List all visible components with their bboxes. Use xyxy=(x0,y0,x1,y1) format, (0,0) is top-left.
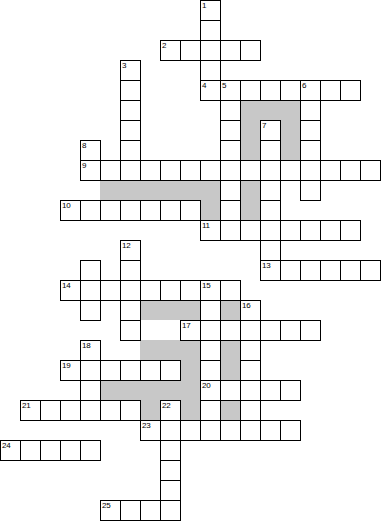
shaded-block xyxy=(100,180,120,200)
clue-number-17: 17 xyxy=(182,321,190,330)
answer-cell-r21c11[interactable] xyxy=(220,420,241,441)
answer-cell-r19c13[interactable] xyxy=(260,380,281,401)
shaded-block xyxy=(160,380,180,400)
answer-cell-r8c5[interactable] xyxy=(100,160,121,181)
answer-cell-r16c9[interactable]: 17 xyxy=(180,320,201,341)
answer-cell-r4c13[interactable] xyxy=(260,80,281,101)
clue-number-10: 10 xyxy=(62,201,70,210)
answer-cell-r5c6[interactable] xyxy=(120,100,141,121)
answer-cell-r13c17[interactable] xyxy=(340,260,361,281)
answer-cell-r20c5[interactable] xyxy=(100,400,121,421)
clue-number-4: 4 xyxy=(202,81,206,90)
answer-cell-r12c6[interactable]: 12 xyxy=(120,240,141,261)
answer-cell-r11c11[interactable] xyxy=(220,220,241,241)
answer-cell-r9c11[interactable] xyxy=(220,180,241,201)
answer-cell-r17c4[interactable]: 18 xyxy=(80,340,101,361)
shaded-block xyxy=(220,340,240,360)
answer-cell-r17c12[interactable] xyxy=(240,340,261,361)
answer-cell-r18c3[interactable]: 19 xyxy=(60,360,81,381)
clue-number-11: 11 xyxy=(202,221,210,230)
shaded-block xyxy=(180,340,200,360)
answer-cell-r14c9[interactable] xyxy=(180,280,201,301)
answer-cell-r10c13[interactable] xyxy=(260,200,281,221)
answer-cell-r10c11[interactable] xyxy=(220,200,241,221)
shaded-block xyxy=(260,100,280,120)
answer-cell-r11c16[interactable] xyxy=(320,220,341,241)
answer-cell-r7c4[interactable]: 8 xyxy=(80,140,101,161)
answer-cell-r18c4[interactable] xyxy=(80,360,101,381)
answer-cell-r5c11[interactable] xyxy=(220,100,241,121)
answer-cell-r11c14[interactable] xyxy=(280,220,301,241)
answer-cell-r19c11[interactable] xyxy=(220,380,241,401)
answer-cell-r18c7[interactable] xyxy=(140,360,161,381)
answer-cell-r16c14[interactable] xyxy=(280,320,301,341)
answer-cell-r0c10[interactable]: 1 xyxy=(200,0,221,21)
clue-number-21: 21 xyxy=(22,401,30,410)
clue-number-18: 18 xyxy=(82,341,90,350)
answer-cell-r22c2[interactable] xyxy=(40,440,61,461)
clue-number-16: 16 xyxy=(242,301,250,310)
answer-cell-r4c11[interactable]: 5 xyxy=(220,80,241,101)
clue-number-7: 7 xyxy=(262,121,266,130)
answer-cell-r11c15[interactable] xyxy=(300,220,321,241)
answer-cell-r4c12[interactable] xyxy=(240,80,261,101)
answer-cell-r8c8[interactable] xyxy=(160,160,181,181)
answer-cell-r22c8[interactable] xyxy=(160,440,181,461)
answer-cell-r15c6[interactable] xyxy=(120,300,141,321)
answer-cell-r19c14[interactable] xyxy=(280,380,301,401)
answer-cell-r15c12[interactable]: 16 xyxy=(240,300,261,321)
answer-cell-r23c8[interactable] xyxy=(160,460,181,481)
shaded-block xyxy=(280,100,300,120)
answer-cell-r25c6[interactable] xyxy=(120,500,141,521)
answer-cell-r17c10[interactable] xyxy=(200,340,221,361)
answer-cell-r16c11[interactable] xyxy=(220,320,241,341)
clue-number-24: 24 xyxy=(2,441,10,450)
clue-number-5: 5 xyxy=(222,81,226,90)
shaded-block xyxy=(240,200,260,220)
clue-number-22: 22 xyxy=(162,401,170,410)
clue-number-12: 12 xyxy=(122,241,130,250)
answer-cell-r14c8[interactable] xyxy=(160,280,181,301)
answer-cell-r14c10[interactable]: 15 xyxy=(200,280,221,301)
crossword-grid: 1234567891011121314151617181920212223242… xyxy=(0,0,381,521)
answer-cell-r7c15[interactable] xyxy=(300,140,321,161)
answer-cell-r21c13[interactable] xyxy=(260,420,281,441)
answer-cell-r11c10[interactable]: 11 xyxy=(200,220,221,241)
answer-cell-r4c6[interactable] xyxy=(120,80,141,101)
clue-number-1: 1 xyxy=(202,1,206,10)
answer-cell-r2c11[interactable] xyxy=(220,40,241,61)
answer-cell-r14c7[interactable] xyxy=(140,280,161,301)
answer-cell-r14c3[interactable]: 14 xyxy=(60,280,81,301)
shaded-block xyxy=(180,360,200,380)
answer-cell-r19c4[interactable] xyxy=(80,380,101,401)
answer-cell-r21c12[interactable] xyxy=(240,420,261,441)
answer-cell-r16c6[interactable] xyxy=(120,320,141,341)
answer-cell-r9c15[interactable] xyxy=(300,180,321,201)
answer-cell-r8c16[interactable] xyxy=(320,160,341,181)
answer-cell-r3c10[interactable] xyxy=(200,60,221,81)
shaded-block xyxy=(220,400,240,420)
shaded-block xyxy=(160,340,180,360)
answer-cell-r21c10[interactable] xyxy=(200,420,221,441)
answer-cell-r8c18[interactable] xyxy=(360,160,381,181)
answer-cell-r4c10[interactable]: 4 xyxy=(200,80,221,101)
answer-cell-r18c12[interactable] xyxy=(240,360,261,381)
answer-cell-r11c12[interactable] xyxy=(240,220,261,241)
answer-cell-r1c10[interactable] xyxy=(200,20,221,41)
shaded-block xyxy=(280,120,300,140)
shaded-block xyxy=(100,380,120,400)
answer-cell-r18c6[interactable] xyxy=(120,360,141,381)
answer-cell-r20c3[interactable] xyxy=(60,400,81,421)
answer-cell-r13c15[interactable] xyxy=(300,260,321,281)
shaded-block xyxy=(180,400,200,420)
clue-number-6: 6 xyxy=(302,81,306,90)
answer-cell-r15c10[interactable] xyxy=(200,300,221,321)
answer-cell-r16c13[interactable] xyxy=(260,320,281,341)
answer-cell-r10c8[interactable] xyxy=(160,200,181,221)
answer-cell-r8c4[interactable]: 9 xyxy=(80,160,101,181)
answer-cell-r2c12[interactable] xyxy=(240,40,261,61)
answer-cell-r22c4[interactable] xyxy=(80,440,101,461)
answer-cell-r7c6[interactable] xyxy=(120,140,141,161)
shaded-block xyxy=(180,380,200,400)
answer-cell-r8c12[interactable] xyxy=(240,160,261,181)
answer-cell-r20c8[interactable]: 22 xyxy=(160,400,181,421)
answer-cell-r8c11[interactable] xyxy=(220,160,241,181)
answer-cell-r2c8[interactable]: 2 xyxy=(160,40,181,61)
answer-cell-r20c12[interactable] xyxy=(240,400,261,421)
answer-cell-r13c6[interactable] xyxy=(120,260,141,281)
answer-cell-r21c9[interactable] xyxy=(180,420,201,441)
answer-cell-r14c5[interactable] xyxy=(100,280,121,301)
answer-cell-r19c12[interactable] xyxy=(240,380,261,401)
answer-cell-r11c17[interactable] xyxy=(340,220,361,241)
shaded-block xyxy=(140,300,160,320)
shaded-block xyxy=(240,120,260,140)
answer-cell-r8c13[interactable] xyxy=(260,160,281,181)
shaded-block xyxy=(200,180,220,200)
shaded-block xyxy=(120,180,140,200)
shaded-block xyxy=(240,140,260,160)
answer-cell-r5c15[interactable] xyxy=(300,100,321,121)
answer-cell-r6c15[interactable] xyxy=(300,120,321,141)
shaded-block xyxy=(120,380,140,400)
answer-cell-r20c4[interactable] xyxy=(80,400,101,421)
answer-cell-r6c6[interactable] xyxy=(120,120,141,141)
answer-cell-r2c9[interactable] xyxy=(180,40,201,61)
answer-cell-r21c8[interactable] xyxy=(160,420,181,441)
answer-cell-r8c10[interactable] xyxy=(200,160,221,181)
answer-cell-r21c7[interactable]: 23 xyxy=(140,420,161,441)
answer-cell-r25c7[interactable] xyxy=(140,500,161,521)
answer-cell-r25c5[interactable]: 25 xyxy=(100,500,121,521)
shaded-block xyxy=(180,180,200,200)
answer-cell-r18c5[interactable] xyxy=(100,360,121,381)
clue-number-3: 3 xyxy=(122,61,126,70)
answer-cell-r14c6[interactable] xyxy=(120,280,141,301)
answer-cell-r9c13[interactable] xyxy=(260,180,281,201)
shaded-block xyxy=(180,300,200,320)
answer-cell-r14c4[interactable] xyxy=(80,280,101,301)
answer-cell-r15c4[interactable] xyxy=(80,300,101,321)
clue-number-2: 2 xyxy=(162,41,166,50)
answer-cell-r22c1[interactable] xyxy=(20,440,41,461)
answer-cell-r2c10[interactable] xyxy=(200,40,221,61)
answer-cell-r10c5[interactable] xyxy=(100,200,121,221)
answer-cell-r13c16[interactable] xyxy=(320,260,341,281)
answer-cell-r4c16[interactable] xyxy=(320,80,341,101)
shaded-block xyxy=(140,400,160,420)
shaded-block xyxy=(240,180,260,200)
answer-cell-r16c15[interactable] xyxy=(300,320,321,341)
answer-cell-r18c10[interactable] xyxy=(200,360,221,381)
answer-cell-r10c3[interactable]: 10 xyxy=(60,200,81,221)
answer-cell-r20c10[interactable] xyxy=(200,400,221,421)
answer-cell-r14c11[interactable] xyxy=(220,280,241,301)
shaded-block xyxy=(240,100,260,120)
answer-cell-r20c2[interactable] xyxy=(40,400,61,421)
shaded-block xyxy=(140,180,160,200)
answer-cell-r13c14[interactable] xyxy=(280,260,301,281)
answer-cell-r10c7[interactable] xyxy=(140,200,161,221)
answer-cell-r10c4[interactable] xyxy=(80,200,101,221)
shaded-block xyxy=(140,380,160,400)
clue-number-19: 19 xyxy=(62,361,70,370)
answer-cell-r16c10[interactable] xyxy=(200,320,221,341)
clue-number-14: 14 xyxy=(62,281,70,290)
answer-cell-r13c18[interactable] xyxy=(360,260,381,281)
answer-cell-r7c11[interactable] xyxy=(220,140,241,161)
answer-cell-r22c3[interactable] xyxy=(60,440,81,461)
answer-cell-r25c8[interactable] xyxy=(160,500,181,521)
clue-number-20: 20 xyxy=(202,381,210,390)
answer-cell-r8c7[interactable] xyxy=(140,160,161,181)
answer-cell-r3c6[interactable]: 3 xyxy=(120,60,141,81)
shaded-block xyxy=(140,340,160,360)
answer-cell-r12c13[interactable] xyxy=(260,240,281,261)
shaded-block xyxy=(220,360,240,380)
answer-cell-r21c14[interactable] xyxy=(280,420,301,441)
answer-cell-r8c9[interactable] xyxy=(180,160,201,181)
answer-cell-r8c15[interactable] xyxy=(300,160,321,181)
answer-cell-r8c14[interactable] xyxy=(280,160,301,181)
answer-cell-r4c17[interactable] xyxy=(340,80,361,101)
answer-cell-r13c13[interactable]: 13 xyxy=(260,260,281,281)
clue-number-13: 13 xyxy=(262,261,270,270)
clue-number-23: 23 xyxy=(142,421,150,430)
shaded-block xyxy=(200,200,220,220)
answer-cell-r4c14[interactable] xyxy=(280,80,301,101)
answer-cell-r20c1[interactable]: 21 xyxy=(20,400,41,421)
answer-cell-r6c13[interactable]: 7 xyxy=(260,120,281,141)
answer-cell-r22c0[interactable]: 24 xyxy=(0,440,21,461)
clue-number-8: 8 xyxy=(82,141,86,150)
answer-cell-r8c6[interactable] xyxy=(120,160,141,181)
answer-cell-r16c12[interactable] xyxy=(240,320,261,341)
answer-cell-r10c9[interactable] xyxy=(180,200,201,221)
answer-cell-r7c13[interactable] xyxy=(260,140,281,161)
clue-number-25: 25 xyxy=(102,501,110,510)
answer-cell-r6c11[interactable] xyxy=(220,120,241,141)
answer-cell-r24c8[interactable] xyxy=(160,480,181,501)
shaded-block xyxy=(280,140,300,160)
answer-cell-r11c13[interactable] xyxy=(260,220,281,241)
clue-number-15: 15 xyxy=(202,281,210,290)
answer-cell-r10c6[interactable] xyxy=(120,200,141,221)
answer-cell-r20c6[interactable] xyxy=(120,400,141,421)
answer-cell-r13c4[interactable] xyxy=(80,260,101,281)
answer-cell-r18c8[interactable] xyxy=(160,360,181,381)
shaded-block xyxy=(220,300,240,320)
shaded-block xyxy=(160,300,180,320)
clue-number-9: 9 xyxy=(82,161,86,170)
answer-cell-r19c10[interactable]: 20 xyxy=(200,380,221,401)
answer-cell-r4c15[interactable]: 6 xyxy=(300,80,321,101)
shaded-block xyxy=(160,180,180,200)
answer-cell-r8c17[interactable] xyxy=(340,160,361,181)
